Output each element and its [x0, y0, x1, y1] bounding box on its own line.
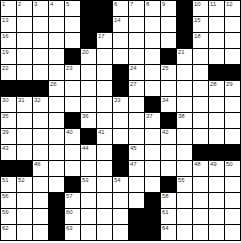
cell-r1c11[interactable]: 9	[161, 1, 176, 16]
clue-number: 41	[98, 129, 105, 136]
clue-number: 44	[82, 145, 89, 152]
cell-r13c5[interactable]: 57	[65, 193, 80, 208]
block-cell-r8c5	[65, 113, 80, 128]
cell-r6c4[interactable]: 26	[49, 81, 64, 96]
cell-r3c5[interactable]	[65, 33, 80, 48]
cell-r5c3[interactable]	[33, 65, 48, 80]
block-cell-r3c12	[177, 33, 192, 48]
cell-r14c13[interactable]	[193, 209, 208, 224]
cell-r15c12[interactable]	[177, 225, 192, 240]
cell-r7c2[interactable]: 31	[17, 97, 32, 112]
cell-r11c13[interactable]: 48	[193, 161, 208, 176]
block-cell-r12c5	[65, 177, 80, 192]
clue-number: 12	[226, 1, 233, 8]
cell-r4c6[interactable]: 20	[81, 49, 96, 64]
cell-r10c1[interactable]: 43	[1, 145, 16, 160]
clue-number: 63	[66, 225, 73, 232]
cell-r15c3[interactable]	[33, 225, 48, 240]
clue-number: 11	[210, 1, 216, 8]
cell-r5c12[interactable]	[177, 65, 192, 80]
clue-number: 13	[2, 17, 9, 24]
cell-r1c8[interactable]: 6	[113, 1, 128, 16]
cell-r12c15[interactable]	[225, 177, 240, 192]
block-cell-r10c8	[113, 145, 128, 160]
cell-r4c8[interactable]	[113, 49, 128, 64]
clue-number: 59	[2, 209, 9, 216]
clue-number: 6	[114, 1, 117, 8]
clue-number: 15	[194, 17, 201, 24]
cell-r2c4[interactable]	[49, 17, 64, 32]
cell-r14c14[interactable]	[209, 209, 224, 224]
clue-number: 26	[50, 81, 57, 88]
clue-number: 7	[130, 1, 133, 8]
cell-r11c3[interactable]: 46	[33, 161, 48, 176]
cell-r10c7[interactable]	[97, 145, 112, 160]
cell-r10c5[interactable]	[65, 145, 80, 160]
cell-r9c7[interactable]: 41	[97, 129, 112, 144]
cell-r10c12[interactable]	[177, 145, 192, 160]
cell-r3c13[interactable]: 18	[193, 33, 208, 48]
cell-r2c9[interactable]	[129, 17, 144, 32]
cell-r7c8[interactable]: 33	[113, 97, 128, 112]
block-cell-r8c11	[161, 113, 176, 128]
cell-r7c5[interactable]	[65, 97, 80, 112]
cell-r7c6[interactable]	[81, 97, 96, 112]
cell-r15c7[interactable]	[97, 225, 112, 240]
cell-r15c15[interactable]	[225, 225, 240, 240]
cell-r5c6[interactable]	[81, 65, 96, 80]
cell-r8c1[interactable]: 35	[1, 113, 16, 128]
cell-r10c6[interactable]: 44	[81, 145, 96, 160]
clue-number: 28	[210, 81, 217, 88]
block-cell-r9c6	[81, 129, 96, 144]
cell-r1c3[interactable]: 3	[33, 1, 48, 16]
cell-r7c13[interactable]	[193, 97, 208, 112]
cell-r9c4[interactable]	[49, 129, 64, 144]
clue-number: 51	[2, 177, 9, 184]
cell-r15c13[interactable]	[193, 225, 208, 240]
cell-r13c3[interactable]	[33, 193, 48, 208]
cell-r6c14[interactable]: 28	[209, 81, 224, 96]
cell-r1c14[interactable]: 11	[209, 1, 224, 16]
crossword-board: 1234567891011121314151617181920212223242…	[0, 0, 241, 241]
cell-r2c14[interactable]	[209, 17, 224, 32]
cell-r12c1[interactable]: 51	[1, 177, 16, 192]
clue-number: 54	[114, 177, 121, 184]
cell-r8c10[interactable]: 37	[145, 113, 160, 128]
cell-r5c2[interactable]	[17, 65, 32, 80]
clue-number: 36	[82, 113, 89, 120]
clue-number: 20	[82, 49, 89, 56]
clue-number: 43	[2, 145, 9, 152]
cell-r9c11[interactable]: 42	[161, 129, 176, 144]
cell-r5c1[interactable]: 22	[1, 65, 16, 80]
cell-r1c10[interactable]: 8	[145, 1, 160, 16]
cell-r8c12[interactable]: 38	[177, 113, 192, 128]
clue-number: 48	[194, 161, 201, 168]
clue-number: 2	[18, 1, 21, 8]
clue-number: 42	[162, 129, 169, 136]
block-cell-r7c10	[145, 97, 160, 112]
cell-r10c10[interactable]	[145, 145, 160, 160]
cell-r5c13[interactable]	[193, 65, 208, 80]
cell-r14c7[interactable]	[97, 209, 112, 224]
block-cell-r6c3	[33, 81, 48, 96]
cell-r14c5[interactable]: 60	[65, 209, 80, 224]
cell-r1c1[interactable]: 1	[1, 1, 16, 16]
cell-r10c11[interactable]	[161, 145, 176, 160]
clue-number: 8	[146, 1, 149, 8]
cell-r11c9[interactable]: 47	[129, 161, 144, 176]
block-cell-r1c7	[97, 1, 112, 16]
block-cell-r13c4	[49, 193, 64, 208]
clue-number: 49	[210, 161, 217, 168]
cell-r2c1[interactable]: 13	[1, 17, 16, 32]
cell-r15c5[interactable]: 63	[65, 225, 80, 240]
clue-number: 17	[98, 33, 105, 40]
cell-r9c10[interactable]	[145, 129, 160, 144]
clue-number: 29	[226, 81, 233, 88]
clue-number: 22	[2, 65, 9, 72]
clue-number: 4	[50, 1, 53, 8]
cell-r11c15[interactable]: 50	[225, 161, 240, 176]
cell-r1c4[interactable]: 4	[49, 1, 64, 16]
cell-r12c3[interactable]	[33, 177, 48, 192]
block-cell-r6c2	[17, 81, 32, 96]
clue-number: 16	[2, 33, 9, 40]
cell-r13c11[interactable]: 58	[161, 193, 176, 208]
block-cell-r2c6	[81, 17, 96, 32]
clue-number: 10	[194, 1, 201, 8]
clue-number: 52	[18, 177, 25, 184]
cell-r3c2[interactable]	[17, 33, 32, 48]
cell-r4c13[interactable]	[193, 49, 208, 64]
clue-number: 31	[18, 97, 25, 104]
cell-r12c10[interactable]	[145, 177, 160, 192]
cell-r15c11[interactable]: 64	[161, 225, 176, 240]
clue-number: 46	[34, 161, 41, 168]
clue-number: 18	[194, 33, 201, 40]
cell-r3c9[interactable]	[129, 33, 144, 48]
cell-r3c14[interactable]	[209, 33, 224, 48]
cell-r6c15[interactable]: 29	[225, 81, 240, 96]
block-cell-r13c10	[145, 193, 160, 208]
cell-r3c8[interactable]	[113, 33, 128, 48]
cell-r10c3[interactable]	[33, 145, 48, 160]
cell-r6c9[interactable]: 27	[129, 81, 144, 96]
cell-r10c4[interactable]	[49, 145, 64, 160]
cell-r6c13[interactable]	[193, 81, 208, 96]
cell-r3c11[interactable]	[161, 33, 176, 48]
cell-r14c12[interactable]	[177, 209, 192, 224]
cell-r14c15[interactable]	[225, 209, 240, 224]
cell-r1c5[interactable]: 5	[65, 1, 80, 16]
clue-number: 35	[2, 113, 9, 120]
clue-number: 38	[178, 113, 185, 120]
cell-r13c6[interactable]	[81, 193, 96, 208]
block-cell-r10c14	[209, 145, 224, 160]
clue-number: 39	[2, 129, 9, 136]
clue-number: 23	[66, 65, 73, 72]
cell-r5c7[interactable]	[97, 65, 112, 80]
block-cell-r6c1	[1, 81, 16, 96]
cell-r1c13[interactable]: 10	[193, 1, 208, 16]
cell-r14c8[interactable]	[113, 209, 128, 224]
clue-number: 50	[226, 161, 233, 168]
cell-r9c8[interactable]	[113, 129, 128, 144]
block-cell-r11c1	[1, 161, 16, 176]
clue-number: 55	[178, 177, 185, 184]
cell-r11c4[interactable]	[49, 161, 64, 176]
cell-r11c5[interactable]	[65, 161, 80, 176]
cell-r10c2[interactable]	[17, 145, 32, 160]
cell-r5c9[interactable]: 24	[129, 65, 144, 80]
clue-number: 34	[162, 97, 169, 104]
cell-r7c4[interactable]	[49, 97, 64, 112]
cell-r8c3[interactable]	[33, 113, 48, 128]
clue-number: 61	[162, 209, 169, 216]
clue-number: 25	[162, 65, 169, 72]
cell-r9c3[interactable]	[33, 129, 48, 144]
block-cell-r6c8	[113, 81, 128, 96]
cell-r6c7[interactable]	[97, 81, 112, 96]
cell-r3c15[interactable]	[225, 33, 240, 48]
cell-r12c14[interactable]	[209, 177, 224, 192]
cell-r4c14[interactable]	[209, 49, 224, 64]
clue-number: 56	[2, 193, 9, 200]
cell-r9c2[interactable]	[17, 129, 32, 144]
cell-r4c10[interactable]	[145, 49, 160, 64]
cell-r15c8[interactable]	[113, 225, 128, 240]
cell-r13c7[interactable]	[97, 193, 112, 208]
clue-number: 32	[34, 97, 41, 104]
cell-r5c11[interactable]: 25	[161, 65, 176, 80]
cell-r13c2[interactable]	[17, 193, 32, 208]
cell-r3c1[interactable]: 16	[1, 33, 16, 48]
block-cell-r15c4	[49, 225, 64, 240]
cell-r9c13[interactable]	[193, 129, 208, 144]
cell-r5c10[interactable]	[145, 65, 160, 80]
cell-r2c13[interactable]: 15	[193, 17, 208, 32]
clue-number: 21	[178, 49, 185, 56]
clue-number: 9	[162, 1, 165, 8]
cell-r10c9[interactable]: 45	[129, 145, 144, 160]
cell-r4c7[interactable]	[97, 49, 112, 64]
cell-r12c4[interactable]	[49, 177, 64, 192]
cell-r11c11[interactable]	[161, 161, 176, 176]
cell-r6c10[interactable]	[145, 81, 160, 96]
clue-number: 37	[146, 113, 153, 120]
block-cell-r2c12	[177, 17, 192, 32]
cell-r7c1[interactable]: 30	[1, 97, 16, 112]
cell-r4c15[interactable]	[225, 49, 240, 64]
cell-r12c2[interactable]: 52	[17, 177, 32, 192]
cell-r14c11[interactable]: 61	[161, 209, 176, 224]
cell-r7c14[interactable]	[209, 97, 224, 112]
cell-r7c15[interactable]	[225, 97, 240, 112]
cell-r2c3[interactable]	[33, 17, 48, 32]
cell-r1c9[interactable]: 7	[129, 1, 144, 16]
cell-r5c5[interactable]: 23	[65, 65, 80, 80]
cell-r8c9[interactable]	[129, 113, 144, 128]
clue-number: 27	[130, 81, 137, 88]
block-cell-r15c9	[129, 225, 144, 240]
clue-number: 14	[114, 17, 121, 24]
cell-r3c7[interactable]: 17	[97, 33, 112, 48]
cell-r8c4[interactable]	[49, 113, 64, 128]
clue-number: 40	[66, 129, 73, 136]
cell-r12c13[interactable]	[193, 177, 208, 192]
cell-r7c7[interactable]	[97, 97, 112, 112]
clue-number: 3	[34, 1, 37, 8]
cell-r11c12[interactable]	[177, 161, 192, 176]
cell-r13c14[interactable]	[209, 193, 224, 208]
cell-r8c2[interactable]	[17, 113, 32, 128]
cell-r1c15[interactable]: 12	[225, 1, 240, 16]
clue-number: 53	[82, 177, 89, 184]
cell-r12c6[interactable]: 53	[81, 177, 96, 192]
cell-r2c8[interactable]: 14	[113, 17, 128, 32]
cell-r9c15[interactable]	[225, 129, 240, 144]
cell-r11c14[interactable]: 49	[209, 161, 224, 176]
cell-r7c12[interactable]	[177, 97, 192, 112]
block-cell-r1c12	[177, 1, 192, 16]
block-cell-r12c11	[161, 177, 176, 192]
clue-number: 5	[66, 1, 69, 8]
cell-r9c12[interactable]	[177, 129, 192, 144]
block-cell-r10c13	[193, 145, 208, 160]
cell-r4c4[interactable]	[49, 49, 64, 64]
cell-r2c11[interactable]	[161, 17, 176, 32]
cell-r7c9[interactable]	[129, 97, 144, 112]
cell-r12c9[interactable]	[129, 177, 144, 192]
block-cell-r15c10	[145, 225, 160, 240]
cell-r2c15[interactable]	[225, 17, 240, 32]
cell-r15c6[interactable]	[81, 225, 96, 240]
block-cell-r11c2	[17, 161, 32, 176]
block-cell-r11c8	[113, 161, 128, 176]
cell-r4c1[interactable]: 19	[1, 49, 16, 64]
clue-number: 58	[162, 193, 169, 200]
block-cell-r14c10	[145, 209, 160, 224]
cell-r11c6[interactable]	[81, 161, 96, 176]
cell-r15c14[interactable]	[209, 225, 224, 240]
block-cell-r4c11	[161, 49, 176, 64]
cell-r8c7[interactable]	[97, 113, 112, 128]
cell-r14c6[interactable]	[81, 209, 96, 224]
block-cell-r3c6	[81, 33, 96, 48]
cell-r12c7[interactable]	[97, 177, 112, 192]
cell-r14c1[interactable]: 59	[1, 209, 16, 224]
cell-r9c14[interactable]	[209, 129, 224, 144]
cell-r12c12[interactable]: 55	[177, 177, 192, 192]
block-cell-r5c15	[225, 65, 240, 80]
cell-r8c6[interactable]: 36	[81, 113, 96, 128]
cell-r13c15[interactable]	[225, 193, 240, 208]
cell-r13c12[interactable]	[177, 193, 192, 208]
cell-r3c3[interactable]	[33, 33, 48, 48]
cell-r2c10[interactable]	[145, 17, 160, 32]
block-cell-r4c5	[65, 49, 80, 64]
cell-r4c12[interactable]: 21	[177, 49, 192, 64]
cell-r7c3[interactable]: 32	[33, 97, 48, 112]
block-cell-r10c15	[225, 145, 240, 160]
clue-number: 19	[2, 49, 9, 56]
block-cell-r2c7	[97, 17, 112, 32]
cell-r8c14[interactable]	[209, 113, 224, 128]
cell-r6c5[interactable]	[65, 81, 80, 96]
cell-r12c8[interactable]: 54	[113, 177, 128, 192]
cell-r13c8[interactable]	[113, 193, 128, 208]
clue-number: 33	[114, 97, 121, 104]
clue-number: 1	[2, 1, 5, 8]
cell-r3c4[interactable]	[49, 33, 64, 48]
cell-r2c5[interactable]	[65, 17, 80, 32]
cell-r13c1[interactable]: 56	[1, 193, 16, 208]
cell-r6c6[interactable]	[81, 81, 96, 96]
cell-r8c15[interactable]	[225, 113, 240, 128]
cell-r11c7[interactable]	[97, 161, 112, 176]
cell-r8c8[interactable]	[113, 113, 128, 128]
clue-number: 30	[2, 97, 9, 104]
cell-r4c2[interactable]	[17, 49, 32, 64]
clue-number: 60	[66, 209, 73, 216]
block-cell-r14c4	[49, 209, 64, 224]
cell-r6c11[interactable]	[161, 81, 176, 96]
cell-r4c3[interactable]	[33, 49, 48, 64]
cell-r13c9[interactable]	[129, 193, 144, 208]
cell-r7c11[interactable]: 34	[161, 97, 176, 112]
cell-r13c13[interactable]	[193, 193, 208, 208]
block-cell-r5c8	[113, 65, 128, 80]
cell-r15c1[interactable]: 62	[1, 225, 16, 240]
cell-r2c2[interactable]	[17, 17, 32, 32]
cell-r9c1[interactable]: 39	[1, 129, 16, 144]
block-cell-r5c14	[209, 65, 224, 80]
cell-r4c9[interactable]	[129, 49, 144, 64]
cell-r5c4[interactable]	[49, 65, 64, 80]
clue-number: 64	[162, 225, 169, 232]
clue-number: 24	[130, 65, 137, 72]
cell-r3c10[interactable]	[145, 33, 160, 48]
cell-r8c13[interactable]	[193, 113, 208, 128]
cell-r14c3[interactable]	[33, 209, 48, 224]
clue-number: 45	[130, 145, 137, 152]
clue-number: 47	[130, 161, 137, 168]
clue-number: 62	[2, 225, 9, 232]
cell-r6c12[interactable]	[177, 81, 192, 96]
block-cell-r14c9	[129, 209, 144, 224]
cell-r9c5[interactable]: 40	[65, 129, 80, 144]
cell-r9c9[interactable]	[129, 129, 144, 144]
block-cell-r1c6	[81, 1, 96, 16]
cell-r11c10[interactable]	[145, 161, 160, 176]
cell-r15c2[interactable]	[17, 225, 32, 240]
cell-r14c2[interactable]	[17, 209, 32, 224]
cell-r1c2[interactable]: 2	[17, 1, 32, 16]
clue-number: 57	[66, 193, 73, 200]
